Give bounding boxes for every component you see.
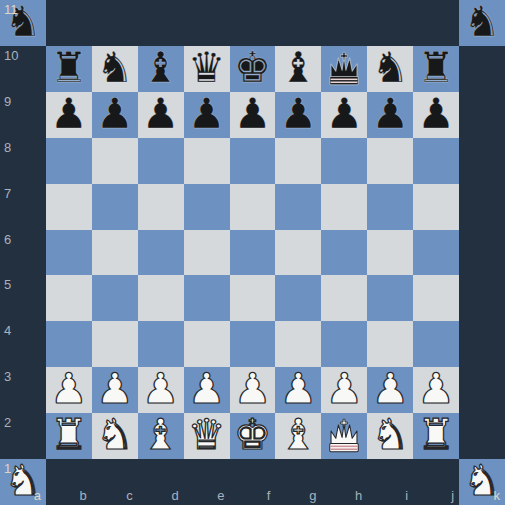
square-h1: h — [321, 459, 367, 505]
square-f1: f — [230, 459, 276, 505]
rank-label-10: 10 — [4, 49, 18, 62]
square-e10[interactable]: ♛ — [184, 46, 230, 92]
white-pawn[interactable]: ♟ — [280, 368, 318, 410]
black-pawn[interactable]: ♟ — [188, 93, 226, 135]
black-bishop[interactable]: ♝ — [280, 47, 318, 89]
file-label-h: h — [355, 489, 362, 502]
black-pawn[interactable]: ♟ — [50, 93, 88, 135]
rank-label-4: 4 — [4, 324, 11, 337]
file-label-j: j — [451, 489, 454, 502]
square-f7[interactable] — [230, 184, 276, 230]
square-f9[interactable]: ♟ — [230, 92, 276, 138]
square-i4[interactable] — [367, 321, 413, 367]
white-pawn[interactable]: ♟ — [234, 368, 272, 410]
square-i2[interactable]: ♞ — [367, 413, 413, 459]
square-a2: 2 — [0, 413, 46, 459]
square-g11 — [275, 0, 321, 46]
square-g2[interactable]: ♝ — [275, 413, 321, 459]
square-b4[interactable] — [46, 321, 92, 367]
square-k4 — [459, 321, 505, 367]
square-h9[interactable]: ♟ — [321, 92, 367, 138]
black-knight[interactable]: ♞ — [96, 47, 134, 89]
square-h10[interactable] — [321, 46, 367, 92]
black-knight[interactable]: ♞ — [371, 47, 409, 89]
white-queen[interactable]: ♛ — [188, 414, 226, 456]
square-a4: 4 — [0, 321, 46, 367]
white-knight[interactable]: ♞ — [371, 414, 409, 456]
square-k2 — [459, 413, 505, 459]
square-j3[interactable]: ♟ — [413, 367, 459, 413]
square-e11 — [184, 0, 230, 46]
square-g8[interactable] — [275, 138, 321, 184]
square-f6[interactable] — [230, 230, 276, 276]
black-knight[interactable]: ♞ — [4, 1, 42, 43]
square-j4[interactable] — [413, 321, 459, 367]
white-knight[interactable]: ♞ — [463, 460, 501, 502]
square-c4[interactable] — [92, 321, 138, 367]
square-b2[interactable]: ♜ — [46, 413, 92, 459]
square-k5 — [459, 275, 505, 321]
file-label-e: e — [217, 489, 224, 502]
game-board: ♞11♞10♜♞♝♛♚♝♞♜9♟♟♟♟♟♟♟♟♟876543♟♟♟♟♟♟♟♟♟2… — [0, 0, 505, 505]
square-b1: b — [46, 459, 92, 505]
square-a9: 9 — [0, 92, 46, 138]
square-j10[interactable]: ♜ — [413, 46, 459, 92]
black-bishop[interactable]: ♝ — [142, 47, 180, 89]
black-crown[interactable] — [325, 51, 363, 89]
square-c7[interactable] — [92, 184, 138, 230]
square-k7 — [459, 184, 505, 230]
square-a5: 5 — [0, 275, 46, 321]
square-d9[interactable]: ♟ — [138, 92, 184, 138]
app-background: { "game": "Custom chess variant (11x11 b… — [0, 0, 505, 505]
square-k6 — [459, 230, 505, 276]
square-c8[interactable] — [92, 138, 138, 184]
square-d8[interactable] — [138, 138, 184, 184]
square-h4[interactable] — [321, 321, 367, 367]
square-d5[interactable] — [138, 275, 184, 321]
square-a3: 3 — [0, 367, 46, 413]
square-a10: 10 — [0, 46, 46, 92]
square-d10[interactable]: ♝ — [138, 46, 184, 92]
square-b10[interactable]: ♜ — [46, 46, 92, 92]
square-h3[interactable]: ♟ — [321, 367, 367, 413]
black-pawn[interactable]: ♟ — [96, 93, 134, 135]
square-i11 — [367, 0, 413, 46]
rank-label-6: 6 — [4, 233, 11, 246]
square-j9[interactable]: ♟ — [413, 92, 459, 138]
square-a8: 8 — [0, 138, 46, 184]
white-rook[interactable]: ♜ — [50, 414, 88, 456]
square-j5[interactable] — [413, 275, 459, 321]
square-g1: g — [275, 459, 321, 505]
square-b5[interactable] — [46, 275, 92, 321]
square-h5[interactable] — [321, 275, 367, 321]
square-j8[interactable] — [413, 138, 459, 184]
square-b7[interactable] — [46, 184, 92, 230]
square-h2[interactable] — [321, 413, 367, 459]
white-pawn[interactable]: ♟ — [50, 368, 88, 410]
square-d6[interactable] — [138, 230, 184, 276]
file-label-i: i — [405, 489, 408, 502]
white-pawn[interactable]: ♟ — [142, 368, 180, 410]
square-c3[interactable]: ♟ — [92, 367, 138, 413]
square-a7: 7 — [0, 184, 46, 230]
square-g3[interactable]: ♟ — [275, 367, 321, 413]
black-king[interactable]: ♚ — [234, 47, 272, 89]
file-label-g: g — [309, 489, 316, 502]
square-i1: i — [367, 459, 413, 505]
white-knight[interactable]: ♞ — [96, 414, 134, 456]
square-j1: j — [413, 459, 459, 505]
black-pawn[interactable]: ♟ — [280, 93, 318, 135]
square-a6: 6 — [0, 230, 46, 276]
square-d1: d — [138, 459, 184, 505]
white-rook[interactable]: ♜ — [417, 414, 455, 456]
square-i8[interactable] — [367, 138, 413, 184]
square-k9 — [459, 92, 505, 138]
black-knight[interactable]: ♞ — [463, 1, 501, 43]
square-h7[interactable] — [321, 184, 367, 230]
square-i3[interactable]: ♟ — [367, 367, 413, 413]
black-rook[interactable]: ♜ — [50, 47, 88, 89]
square-f10[interactable]: ♚ — [230, 46, 276, 92]
square-b9[interactable]: ♟ — [46, 92, 92, 138]
black-queen[interactable]: ♛ — [188, 47, 226, 89]
square-c10[interactable]: ♞ — [92, 46, 138, 92]
square-g7[interactable] — [275, 184, 321, 230]
square-g9[interactable]: ♟ — [275, 92, 321, 138]
square-c6[interactable] — [92, 230, 138, 276]
black-rook[interactable]: ♜ — [417, 47, 455, 89]
black-pawn[interactable]: ♟ — [417, 93, 455, 135]
square-a11[interactable]: ♞11 — [0, 0, 46, 46]
square-i6[interactable] — [367, 230, 413, 276]
square-j2[interactable]: ♜ — [413, 413, 459, 459]
white-pawn[interactable]: ♟ — [188, 368, 226, 410]
square-g5[interactable] — [275, 275, 321, 321]
square-j11 — [413, 0, 459, 46]
square-g10[interactable]: ♝ — [275, 46, 321, 92]
square-d7[interactable] — [138, 184, 184, 230]
square-k3 — [459, 367, 505, 413]
file-label-f: f — [267, 489, 271, 502]
square-g6[interactable] — [275, 230, 321, 276]
square-c1: c — [92, 459, 138, 505]
white-pawn[interactable]: ♟ — [417, 368, 455, 410]
black-pawn[interactable]: ♟ — [234, 93, 272, 135]
square-c2[interactable]: ♞ — [92, 413, 138, 459]
square-f8[interactable] — [230, 138, 276, 184]
rank-label-3: 3 — [4, 370, 11, 383]
rank-label-8: 8 — [4, 141, 11, 154]
square-c5[interactable] — [92, 275, 138, 321]
square-f4[interactable] — [230, 321, 276, 367]
rank-label-5: 5 — [4, 278, 11, 291]
square-e6[interactable] — [184, 230, 230, 276]
square-d4[interactable] — [138, 321, 184, 367]
rank-label-2: 2 — [4, 416, 11, 429]
square-f2[interactable]: ♚ — [230, 413, 276, 459]
white-bishop[interactable]: ♝ — [142, 414, 180, 456]
square-f11 — [230, 0, 276, 46]
square-e4[interactable] — [184, 321, 230, 367]
square-k10 — [459, 46, 505, 92]
file-label-c: c — [126, 489, 133, 502]
white-pawn[interactable]: ♟ — [96, 368, 134, 410]
white-pawn[interactable]: ♟ — [325, 368, 363, 410]
square-d3[interactable]: ♟ — [138, 367, 184, 413]
square-g4[interactable] — [275, 321, 321, 367]
black-pawn[interactable]: ♟ — [325, 93, 363, 135]
square-b3[interactable]: ♟ — [46, 367, 92, 413]
square-k11[interactable]: ♞ — [459, 0, 505, 46]
square-d11 — [138, 0, 184, 46]
file-label-b: b — [80, 489, 87, 502]
square-k1[interactable]: ♞k — [459, 459, 505, 505]
square-i9[interactable]: ♟ — [367, 92, 413, 138]
square-k8 — [459, 138, 505, 184]
rank-label-7: 7 — [4, 187, 11, 200]
square-c11 — [92, 0, 138, 46]
square-i10[interactable]: ♞ — [367, 46, 413, 92]
square-e7[interactable] — [184, 184, 230, 230]
square-b8[interactable] — [46, 138, 92, 184]
white-bishop[interactable]: ♝ — [280, 414, 318, 456]
square-f3[interactable]: ♟ — [230, 367, 276, 413]
square-e5[interactable] — [184, 275, 230, 321]
square-d2[interactable]: ♝ — [138, 413, 184, 459]
square-i7[interactable] — [367, 184, 413, 230]
white-knight[interactable]: ♞ — [4, 460, 42, 502]
square-f5[interactable] — [230, 275, 276, 321]
square-h8[interactable] — [321, 138, 367, 184]
square-j6[interactable] — [413, 230, 459, 276]
white-crown[interactable] — [325, 418, 363, 456]
file-label-d: d — [171, 489, 178, 502]
square-e3[interactable]: ♟ — [184, 367, 230, 413]
square-a1[interactable]: ♞1a — [0, 459, 46, 505]
square-e9[interactable]: ♟ — [184, 92, 230, 138]
square-e2[interactable]: ♛ — [184, 413, 230, 459]
black-pawn[interactable]: ♟ — [142, 93, 180, 135]
square-e1: e — [184, 459, 230, 505]
square-h11 — [321, 0, 367, 46]
square-i5[interactable] — [367, 275, 413, 321]
square-c9[interactable]: ♟ — [92, 92, 138, 138]
white-king[interactable]: ♚ — [234, 414, 272, 456]
white-pawn[interactable]: ♟ — [371, 368, 409, 410]
square-h6[interactable] — [321, 230, 367, 276]
square-e8[interactable] — [184, 138, 230, 184]
square-b6[interactable] — [46, 230, 92, 276]
square-j7[interactable] — [413, 184, 459, 230]
black-pawn[interactable]: ♟ — [371, 93, 409, 135]
rank-label-9: 9 — [4, 95, 11, 108]
square-b11 — [46, 0, 92, 46]
